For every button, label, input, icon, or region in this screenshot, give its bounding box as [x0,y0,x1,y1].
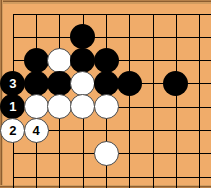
white-stone [47,48,72,73]
black-stone [163,71,188,96]
white-stone [94,94,119,119]
black-stone [94,71,119,96]
grid-line-horizontal [13,177,211,178]
white-stone [70,94,95,119]
black-stone [47,71,72,96]
black-stone [70,24,95,49]
grid-line-vertical [199,14,200,188]
white-stone [94,141,119,166]
move-3-stone: 3 [0,71,25,96]
black-stone [117,71,142,96]
board-frame-left [0,0,3,188]
grid-line-horizontal [13,37,211,38]
black-stone [70,48,95,73]
move-number-label: 2 [9,124,16,137]
move-number-label: 4 [32,124,39,137]
white-stone [70,71,95,96]
go-board[interactable]: 3124 [0,0,211,188]
move-number-label: 3 [9,77,16,90]
move-1-stone: 1 [0,94,25,119]
board-frame-top [0,0,211,4]
black-stone [24,48,49,73]
grid-line-vertical [153,14,154,188]
grid-line-vertical [129,14,130,188]
white-stone [24,94,49,119]
move-2-stone: 2 [0,118,25,143]
black-stone [94,48,119,73]
move-number-label: 1 [9,100,16,113]
white-stone [47,94,72,119]
black-stone [24,71,49,96]
grid-line-vertical [176,14,177,188]
move-4-stone: 4 [24,118,49,143]
grid-line-horizontal [13,14,211,15]
